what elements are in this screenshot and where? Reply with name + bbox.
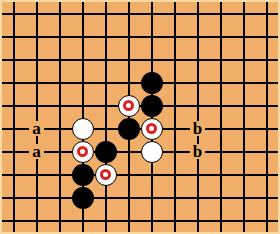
board-intersection — [2, 2, 25, 25]
black-stone — [95, 141, 117, 163]
board-intersection — [209, 140, 232, 163]
black-stone — [141, 95, 163, 117]
board-intersection — [2, 48, 25, 71]
board-intersection — [94, 25, 117, 48]
board-intersection — [117, 71, 140, 94]
board-intersection — [94, 117, 117, 140]
board-intersection — [140, 186, 163, 209]
board-intersection — [140, 209, 163, 232]
board-intersection — [71, 48, 94, 71]
board-intersection — [232, 94, 255, 117]
board-intersection — [25, 2, 48, 25]
board-intersection — [48, 25, 71, 48]
board-intersection — [255, 209, 278, 232]
board-intersection — [71, 186, 94, 209]
board-intersection — [71, 94, 94, 117]
board-intersection — [140, 163, 163, 186]
board-intersection — [163, 163, 186, 186]
board-intersection — [48, 163, 71, 186]
board-intersection — [163, 94, 186, 117]
board-intersection — [209, 94, 232, 117]
board-intersection — [117, 94, 140, 117]
black-stone — [72, 187, 94, 209]
board-intersection — [48, 71, 71, 94]
board-intersection — [2, 71, 25, 94]
board-intersection — [209, 117, 232, 140]
board-intersection — [163, 140, 186, 163]
board-intersection — [255, 117, 278, 140]
white-stone-marked — [141, 118, 163, 140]
board-intersection — [209, 186, 232, 209]
board-intersection — [232, 186, 255, 209]
board-intersection — [48, 209, 71, 232]
board-intersection — [209, 209, 232, 232]
point-label-a: a — [29, 121, 44, 136]
board-intersection — [2, 163, 25, 186]
point-label-b: b — [190, 121, 205, 136]
board-intersection — [140, 71, 163, 94]
board-intersection — [117, 25, 140, 48]
board-intersection — [209, 25, 232, 48]
board-intersection — [232, 209, 255, 232]
black-stone — [72, 164, 94, 186]
board-intersection — [25, 25, 48, 48]
board-intersection — [255, 25, 278, 48]
board-intersection — [2, 117, 25, 140]
board-intersection: a — [25, 140, 48, 163]
board-intersection — [94, 48, 117, 71]
board-intersection — [255, 71, 278, 94]
board-intersection — [117, 48, 140, 71]
board-intersection — [186, 163, 209, 186]
board-intersection — [94, 2, 117, 25]
board-intersection — [232, 163, 255, 186]
board-intersection — [140, 48, 163, 71]
board-intersection — [2, 186, 25, 209]
board-intersection — [186, 71, 209, 94]
circle-marker-icon — [146, 123, 157, 134]
board-intersection — [71, 117, 94, 140]
board-intersection — [186, 94, 209, 117]
board-intersection — [94, 163, 117, 186]
black-stone — [118, 118, 140, 140]
board-intersection — [117, 163, 140, 186]
board-intersection — [255, 48, 278, 71]
board-intersection — [117, 209, 140, 232]
board-intersection — [25, 48, 48, 71]
board-intersection — [140, 25, 163, 48]
white-stone-marked — [118, 95, 140, 117]
board-intersection — [140, 2, 163, 25]
circle-marker-icon — [77, 146, 88, 157]
black-stone — [141, 72, 163, 94]
board-intersection — [163, 186, 186, 209]
board-intersection — [117, 186, 140, 209]
circle-marker-icon — [123, 100, 134, 111]
board-intersection — [163, 25, 186, 48]
board-intersection — [94, 209, 117, 232]
board-intersection — [71, 71, 94, 94]
board-intersection: b — [186, 117, 209, 140]
board-intersection — [71, 209, 94, 232]
board-intersection — [209, 48, 232, 71]
board-intersection — [186, 186, 209, 209]
board-intersection — [25, 94, 48, 117]
board-intersection — [48, 2, 71, 25]
white-stone-marked — [72, 141, 94, 163]
board-intersection — [163, 117, 186, 140]
board-intersection — [117, 140, 140, 163]
board-intersection — [48, 48, 71, 71]
board-intersection — [25, 163, 48, 186]
board-intersection — [48, 117, 71, 140]
board-intersection — [48, 140, 71, 163]
board-intersection — [2, 25, 25, 48]
board-intersection — [163, 209, 186, 232]
board-intersection — [255, 2, 278, 25]
board-intersection — [186, 209, 209, 232]
board-intersection — [232, 117, 255, 140]
board-intersection — [255, 140, 278, 163]
board-intersection — [71, 25, 94, 48]
point-label-b: b — [190, 144, 205, 159]
board-intersection — [117, 2, 140, 25]
white-stone — [141, 141, 163, 163]
board-intersection — [209, 163, 232, 186]
board-intersection — [94, 140, 117, 163]
board-intersection — [186, 25, 209, 48]
board-intersection — [232, 48, 255, 71]
board-intersection — [71, 140, 94, 163]
board-intersection — [209, 2, 232, 25]
board-intersection: a — [25, 117, 48, 140]
board-intersection — [48, 94, 71, 117]
point-label-a: a — [29, 144, 44, 159]
board-intersection — [25, 209, 48, 232]
board-intersection — [232, 140, 255, 163]
board-intersection — [255, 163, 278, 186]
white-stone-marked — [95, 164, 117, 186]
circle-marker-icon — [100, 169, 111, 180]
board-intersection — [71, 163, 94, 186]
board-intersection — [2, 140, 25, 163]
board-intersection — [255, 94, 278, 117]
board-intersection — [186, 2, 209, 25]
board-intersection — [94, 94, 117, 117]
board-intersection — [117, 117, 140, 140]
board-intersection — [2, 209, 25, 232]
white-stone — [72, 118, 94, 140]
board-intersection — [163, 48, 186, 71]
go-board: abab — [2, 2, 278, 232]
board-intersection — [163, 71, 186, 94]
board-intersection — [94, 186, 117, 209]
board-intersection — [209, 71, 232, 94]
board-intersection — [232, 25, 255, 48]
board-intersection — [71, 2, 94, 25]
board-intersection — [186, 48, 209, 71]
go-diagram: abab — [0, 0, 280, 234]
board-intersection — [232, 2, 255, 25]
board-intersection — [140, 117, 163, 140]
board-intersection — [25, 71, 48, 94]
board-intersection — [94, 71, 117, 94]
board-intersection — [48, 186, 71, 209]
board-intersection — [140, 94, 163, 117]
board-intersection — [25, 186, 48, 209]
board-intersection — [163, 2, 186, 25]
board-intersection — [232, 71, 255, 94]
board-intersection — [255, 186, 278, 209]
board-intersection — [140, 140, 163, 163]
board-intersection — [2, 94, 25, 117]
board-intersection: b — [186, 140, 209, 163]
